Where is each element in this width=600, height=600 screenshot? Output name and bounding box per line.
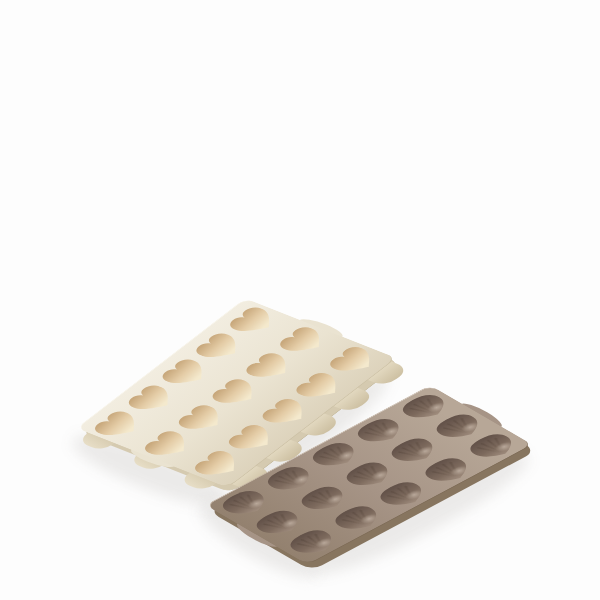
heart-cavity bbox=[274, 324, 334, 358]
shell-ridge bbox=[263, 523, 291, 530]
shell-ridge bbox=[460, 418, 472, 434]
shell-ridge bbox=[404, 486, 416, 502]
shell-ridge bbox=[292, 470, 304, 486]
shell-ridge bbox=[364, 432, 392, 439]
shell-ridge bbox=[427, 398, 439, 414]
shell-ridge bbox=[308, 499, 336, 506]
heart-cavity bbox=[173, 402, 233, 436]
shell-ridge bbox=[398, 451, 426, 458]
shell-ridge bbox=[494, 438, 506, 454]
shell-ridge bbox=[342, 519, 370, 526]
shell-ridge bbox=[477, 447, 505, 454]
shell-ridge bbox=[247, 494, 259, 510]
shell-ridge bbox=[337, 446, 349, 462]
shell-ridge bbox=[370, 466, 382, 482]
shell-ridge bbox=[280, 514, 292, 530]
heart-cavity bbox=[122, 382, 182, 416]
product-photo bbox=[0, 0, 600, 600]
shell-ridge bbox=[387, 495, 415, 502]
shell-ridge bbox=[274, 480, 302, 487]
shell-ridge bbox=[353, 475, 381, 482]
heart-cavity bbox=[224, 304, 284, 338]
heart-cavity bbox=[240, 350, 300, 384]
shell-ridge bbox=[359, 510, 371, 526]
shell-ridge bbox=[229, 504, 257, 511]
shell-ridge bbox=[325, 490, 337, 506]
shell-ridge bbox=[415, 442, 427, 458]
shell-ridge bbox=[382, 422, 394, 438]
shell-ridge bbox=[443, 427, 471, 434]
heart-cavity bbox=[223, 422, 283, 456]
shell-ridge bbox=[297, 543, 325, 550]
heart-cavity bbox=[290, 370, 350, 404]
heart-cavity bbox=[324, 344, 384, 378]
shell-ridge bbox=[314, 534, 326, 550]
shell-ridge bbox=[319, 456, 347, 463]
shell-ridge bbox=[449, 462, 461, 478]
heart-cavity bbox=[156, 356, 216, 390]
heart-cavity bbox=[256, 396, 316, 430]
shell-ridge bbox=[409, 408, 437, 415]
heart-cavity bbox=[190, 330, 250, 364]
shell-ridge bbox=[432, 471, 460, 478]
heart-cavity bbox=[206, 376, 266, 410]
